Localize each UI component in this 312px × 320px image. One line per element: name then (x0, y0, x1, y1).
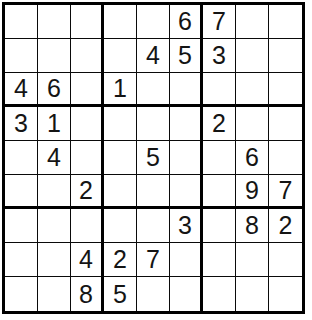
cell-r8c5[interactable]: 7 (137, 243, 170, 277)
cell-r3c4[interactable]: 1 (104, 73, 137, 107)
cell-r6c9[interactable]: 7 (269, 175, 302, 209)
cell-r7c1[interactable] (5, 209, 38, 243)
cell-r8c4[interactable]: 2 (104, 243, 137, 277)
cell-r4c9[interactable] (269, 107, 302, 141)
cell-r6c3[interactable]: 2 (71, 175, 104, 209)
cell-r6c5[interactable] (137, 175, 170, 209)
cell-r5c8[interactable]: 6 (236, 141, 269, 175)
cell-r3c6[interactable] (170, 73, 203, 107)
cell-r1c7[interactable]: 7 (203, 5, 236, 39)
cell-r6c8[interactable]: 9 (236, 175, 269, 209)
cell-r3c9[interactable] (269, 73, 302, 107)
cell-r7c5[interactable] (137, 209, 170, 243)
cell-r4c5[interactable] (137, 107, 170, 141)
cell-r9c3[interactable]: 8 (71, 277, 104, 311)
cell-r5c3[interactable] (71, 141, 104, 175)
cell-r4c2[interactable]: 1 (38, 107, 71, 141)
cell-r5c5[interactable]: 5 (137, 141, 170, 175)
cell-r8c7[interactable] (203, 243, 236, 277)
cell-r7c9[interactable]: 2 (269, 209, 302, 243)
cell-r3c7[interactable] (203, 73, 236, 107)
cell-r1c2[interactable] (38, 5, 71, 39)
cell-r8c3[interactable]: 4 (71, 243, 104, 277)
cell-r4c7[interactable]: 2 (203, 107, 236, 141)
cell-r7c8[interactable]: 8 (236, 209, 269, 243)
cell-r2c6[interactable]: 5 (170, 39, 203, 73)
cell-r2c3[interactable] (71, 39, 104, 73)
sudoku-page: 6745346131245629738242785 (0, 0, 312, 314)
cell-r2c1[interactable] (5, 39, 38, 73)
cell-r4c4[interactable] (104, 107, 137, 141)
cell-r5c4[interactable] (104, 141, 137, 175)
cell-r9c4[interactable]: 5 (104, 277, 137, 311)
cell-r2c9[interactable] (269, 39, 302, 73)
cell-r1c4[interactable] (104, 5, 137, 39)
cell-r3c8[interactable] (236, 73, 269, 107)
cell-r4c1[interactable]: 3 (5, 107, 38, 141)
cell-r5c1[interactable] (5, 141, 38, 175)
cell-r3c5[interactable] (137, 73, 170, 107)
cell-r9c7[interactable] (203, 277, 236, 311)
cell-r6c7[interactable] (203, 175, 236, 209)
cell-r8c2[interactable] (38, 243, 71, 277)
cell-r2c2[interactable] (38, 39, 71, 73)
cell-r7c3[interactable] (71, 209, 104, 243)
cell-r7c2[interactable] (38, 209, 71, 243)
cell-r8c9[interactable] (269, 243, 302, 277)
cell-r9c2[interactable] (38, 277, 71, 311)
cell-r1c9[interactable] (269, 5, 302, 39)
cell-r4c6[interactable] (170, 107, 203, 141)
cell-r5c9[interactable] (269, 141, 302, 175)
cell-r7c4[interactable] (104, 209, 137, 243)
cell-r5c2[interactable]: 4 (38, 141, 71, 175)
cell-r9c5[interactable] (137, 277, 170, 311)
cell-r2c4[interactable] (104, 39, 137, 73)
cell-r2c5[interactable]: 4 (137, 39, 170, 73)
cell-r6c4[interactable] (104, 175, 137, 209)
cell-r1c6[interactable]: 6 (170, 5, 203, 39)
cell-r2c8[interactable] (236, 39, 269, 73)
cell-r6c1[interactable] (5, 175, 38, 209)
cell-r8c8[interactable] (236, 243, 269, 277)
cell-r1c8[interactable] (236, 5, 269, 39)
cell-r7c6[interactable]: 3 (170, 209, 203, 243)
cell-r9c8[interactable] (236, 277, 269, 311)
cell-r8c6[interactable] (170, 243, 203, 277)
cell-r1c5[interactable] (137, 5, 170, 39)
cell-r4c3[interactable] (71, 107, 104, 141)
cell-r9c1[interactable] (5, 277, 38, 311)
cell-r8c1[interactable] (5, 243, 38, 277)
cell-r3c3[interactable] (71, 73, 104, 107)
cell-r6c2[interactable] (38, 175, 71, 209)
cell-r6c6[interactable] (170, 175, 203, 209)
cell-r5c7[interactable] (203, 141, 236, 175)
cell-r7c7[interactable] (203, 209, 236, 243)
cell-r9c6[interactable] (170, 277, 203, 311)
cell-r3c2[interactable]: 6 (38, 73, 71, 107)
cell-r3c1[interactable]: 4 (5, 73, 38, 107)
cell-r5c6[interactable] (170, 141, 203, 175)
cell-r2c7[interactable]: 3 (203, 39, 236, 73)
cell-r1c1[interactable] (5, 5, 38, 39)
cell-r1c3[interactable] (71, 5, 104, 39)
sudoku-board: 6745346131245629738242785 (2, 2, 305, 314)
cell-r9c9[interactable] (269, 277, 302, 311)
cell-r4c8[interactable] (236, 107, 269, 141)
